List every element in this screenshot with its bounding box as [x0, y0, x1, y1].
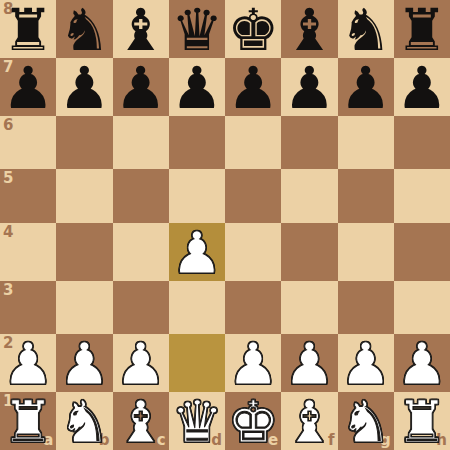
square-a5[interactable]: 5	[0, 169, 56, 222]
square-f8[interactable]: ♝	[281, 0, 337, 58]
piece-white-pawn-d4[interactable]: ♟	[171, 224, 223, 282]
square-b1[interactable]: b♞	[56, 392, 112, 450]
square-b7[interactable]: ♟	[56, 58, 112, 116]
square-e2[interactable]: ♟	[225, 334, 281, 392]
square-c4[interactable]	[113, 223, 169, 281]
square-h8[interactable]: ♜	[394, 0, 450, 58]
square-b3[interactable]	[56, 281, 112, 334]
square-d1[interactable]: d♛	[169, 392, 225, 450]
rank-label-6: 6	[3, 118, 13, 133]
piece-black-pawn-a7[interactable]: ♟	[2, 59, 54, 117]
piece-white-pawn-a2[interactable]: ♟	[2, 335, 54, 393]
square-a8[interactable]: 8♜	[0, 0, 56, 58]
square-h5[interactable]	[394, 169, 450, 222]
square-c8[interactable]: ♝	[113, 0, 169, 58]
piece-black-pawn-b7[interactable]: ♟	[58, 59, 110, 117]
piece-white-rook-a1[interactable]: ♜	[2, 393, 54, 450]
square-f4[interactable]	[281, 223, 337, 281]
piece-white-knight-g1[interactable]: ♞	[340, 393, 392, 450]
square-c1[interactable]: c♝	[113, 392, 169, 450]
chess-board: 8♜♞♝♛♚♝♞♜7♟♟♟♟♟♟♟♟654♟32♟♟♟♟♟♟♟1a♜b♞c♝d♛…	[0, 0, 450, 450]
piece-white-king-e1[interactable]: ♚	[227, 393, 279, 450]
piece-white-knight-b1[interactable]: ♞	[58, 393, 110, 450]
square-g6[interactable]	[338, 116, 394, 169]
square-h1[interactable]: h♜	[394, 392, 450, 450]
square-c2[interactable]: ♟	[113, 334, 169, 392]
piece-white-pawn-c2[interactable]: ♟	[115, 335, 167, 393]
piece-white-pawn-g2[interactable]: ♟	[340, 335, 392, 393]
piece-black-bishop-f8[interactable]: ♝	[283, 1, 335, 59]
square-a1[interactable]: 1a♜	[0, 392, 56, 450]
piece-white-bishop-c1[interactable]: ♝	[115, 393, 167, 450]
square-g1[interactable]: g♞	[338, 392, 394, 450]
square-d5[interactable]	[169, 169, 225, 222]
square-d7[interactable]: ♟	[169, 58, 225, 116]
square-g8[interactable]: ♞	[338, 0, 394, 58]
square-h4[interactable]	[394, 223, 450, 281]
square-g2[interactable]: ♟	[338, 334, 394, 392]
piece-black-queen-d8[interactable]: ♛	[171, 1, 223, 59]
square-b5[interactable]	[56, 169, 112, 222]
piece-black-bishop-c8[interactable]: ♝	[115, 1, 167, 59]
square-b8[interactable]: ♞	[56, 0, 112, 58]
square-g7[interactable]: ♟	[338, 58, 394, 116]
square-d3[interactable]	[169, 281, 225, 334]
square-f7[interactable]: ♟	[281, 58, 337, 116]
piece-white-queen-d1[interactable]: ♛	[171, 393, 223, 450]
square-g5[interactable]	[338, 169, 394, 222]
square-g4[interactable]	[338, 223, 394, 281]
piece-black-pawn-e7[interactable]: ♟	[227, 59, 279, 117]
piece-black-knight-b8[interactable]: ♞	[58, 1, 110, 59]
piece-black-knight-g8[interactable]: ♞	[340, 1, 392, 59]
square-a4[interactable]: 4	[0, 223, 56, 281]
square-b6[interactable]	[56, 116, 112, 169]
square-a7[interactable]: 7♟	[0, 58, 56, 116]
square-a3[interactable]: 3	[0, 281, 56, 334]
square-e4[interactable]	[225, 223, 281, 281]
piece-white-pawn-e2[interactable]: ♟	[227, 335, 279, 393]
square-b4[interactable]	[56, 223, 112, 281]
square-h6[interactable]	[394, 116, 450, 169]
square-e5[interactable]	[225, 169, 281, 222]
piece-white-pawn-b2[interactable]: ♟	[58, 335, 110, 393]
rank-label-3: 3	[3, 283, 13, 298]
piece-black-king-e8[interactable]: ♚	[227, 1, 279, 59]
square-d6[interactable]	[169, 116, 225, 169]
square-c3[interactable]	[113, 281, 169, 334]
square-e7[interactable]: ♟	[225, 58, 281, 116]
piece-black-rook-a8[interactable]: ♜	[2, 1, 54, 59]
square-c5[interactable]	[113, 169, 169, 222]
square-h2[interactable]: ♟	[394, 334, 450, 392]
square-h3[interactable]	[394, 281, 450, 334]
piece-white-pawn-f2[interactable]: ♟	[283, 335, 335, 393]
square-e8[interactable]: ♚	[225, 0, 281, 58]
square-f1[interactable]: f♝	[281, 392, 337, 450]
piece-black-rook-h8[interactable]: ♜	[396, 1, 448, 59]
piece-white-pawn-h2[interactable]: ♟	[396, 335, 448, 393]
rank-label-5: 5	[3, 171, 13, 186]
rank-label-4: 4	[3, 225, 13, 240]
piece-white-rook-h1[interactable]: ♜	[396, 393, 448, 450]
square-f3[interactable]	[281, 281, 337, 334]
piece-white-bishop-f1[interactable]: ♝	[283, 393, 335, 450]
square-a6[interactable]: 6	[0, 116, 56, 169]
square-f5[interactable]	[281, 169, 337, 222]
piece-black-pawn-d7[interactable]: ♟	[171, 59, 223, 117]
square-d2[interactable]	[169, 334, 225, 392]
square-c6[interactable]	[113, 116, 169, 169]
piece-black-pawn-c7[interactable]: ♟	[115, 59, 167, 117]
square-f2[interactable]: ♟	[281, 334, 337, 392]
square-f6[interactable]	[281, 116, 337, 169]
square-e3[interactable]	[225, 281, 281, 334]
piece-black-pawn-f7[interactable]: ♟	[283, 59, 335, 117]
piece-black-pawn-g7[interactable]: ♟	[340, 59, 392, 117]
square-e1[interactable]: e♚	[225, 392, 281, 450]
square-h7[interactable]: ♟	[394, 58, 450, 116]
square-b2[interactable]: ♟	[56, 334, 112, 392]
square-d4[interactable]: ♟	[169, 223, 225, 281]
square-c7[interactable]: ♟	[113, 58, 169, 116]
square-e6[interactable]	[225, 116, 281, 169]
piece-black-pawn-h7[interactable]: ♟	[396, 59, 448, 117]
square-g3[interactable]	[338, 281, 394, 334]
square-d8[interactable]: ♛	[169, 0, 225, 58]
square-a2[interactable]: 2♟	[0, 334, 56, 392]
